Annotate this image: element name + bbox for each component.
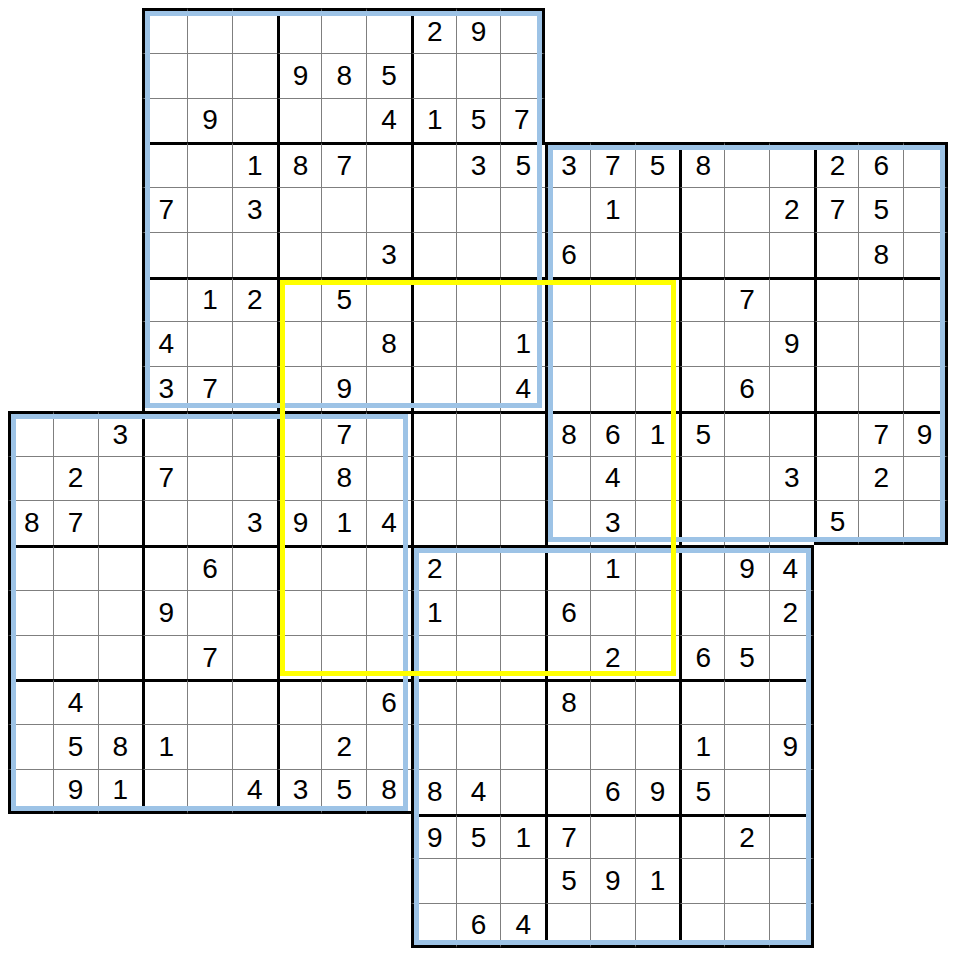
cell-r4c10-empty[interactable] <box>456 187 501 232</box>
cell-r8c17-empty[interactable] <box>769 366 814 411</box>
cell-r13c2-empty[interactable] <box>98 590 143 635</box>
cell-r7c10-empty[interactable] <box>456 321 501 366</box>
cell-r14c5-empty[interactable] <box>232 635 277 680</box>
cell-r12c1-empty[interactable] <box>53 545 98 590</box>
cell-r19c11-empty[interactable] <box>500 858 545 903</box>
cell-r14c3-empty[interactable] <box>142 635 187 680</box>
cell-r7c3-given-4[interactable]: 4 <box>142 321 187 366</box>
cell-r6c9-empty[interactable] <box>411 277 456 322</box>
cell-r16c4-empty[interactable] <box>187 724 232 769</box>
cell-r10c2-empty[interactable] <box>98 456 143 501</box>
cell-r3c19-given-6[interactable]: 6 <box>858 142 903 187</box>
cell-r10c12-empty[interactable] <box>545 456 590 501</box>
cell-r1c8-given-5[interactable]: 5 <box>366 53 411 98</box>
cell-r8c7-given-9[interactable]: 9 <box>321 366 366 411</box>
cell-r18c9-given-9[interactable]: 9 <box>411 814 456 859</box>
cell-r4c17-given-2[interactable]: 2 <box>769 187 814 232</box>
cell-r5c17-empty[interactable] <box>769 232 814 277</box>
cell-r18c13-empty[interactable] <box>590 814 635 859</box>
cell-r3c10-given-3[interactable]: 3 <box>456 142 501 187</box>
cell-r20c15-empty[interactable] <box>679 903 724 948</box>
cell-r7c19-empty[interactable] <box>858 321 903 366</box>
cell-r7c9-empty[interactable] <box>411 321 456 366</box>
cell-r11c12-empty[interactable] <box>545 500 590 545</box>
cell-r17c16-empty[interactable] <box>724 769 769 814</box>
cell-r4c19-given-5[interactable]: 5 <box>858 187 903 232</box>
cell-r10c16-empty[interactable] <box>724 456 769 501</box>
cell-r16c15-given-1[interactable]: 1 <box>679 724 724 769</box>
cell-r10c14-empty[interactable] <box>635 456 680 501</box>
cell-r0c10-given-9[interactable]: 9 <box>456 8 501 53</box>
cell-r17c7-given-5[interactable]: 5 <box>321 769 366 814</box>
cell-r12c8-empty[interactable] <box>366 545 411 590</box>
cell-r16c8-empty[interactable] <box>366 724 411 769</box>
cell-r5c7-empty[interactable] <box>321 232 366 277</box>
cell-r6c10-empty[interactable] <box>456 277 501 322</box>
cell-r13c10-empty[interactable] <box>456 590 501 635</box>
cell-r6c8-empty[interactable] <box>366 277 411 322</box>
cell-r5c18-empty[interactable] <box>814 232 859 277</box>
cell-r11c7-given-1[interactable]: 1 <box>321 500 366 545</box>
cell-r17c0-empty[interactable] <box>8 769 53 814</box>
cell-r5c12-given-6[interactable]: 6 <box>545 232 590 277</box>
cell-r12c2-empty[interactable] <box>98 545 143 590</box>
cell-r12c15-empty[interactable] <box>679 545 724 590</box>
cell-r14c10-empty[interactable] <box>456 635 501 680</box>
cell-r4c15-empty[interactable] <box>679 187 724 232</box>
cell-r3c13-given-7[interactable]: 7 <box>590 142 635 187</box>
cell-r20c9-empty[interactable] <box>411 903 456 948</box>
cell-r6c12-empty[interactable] <box>545 277 590 322</box>
cell-r5c19-given-8[interactable]: 8 <box>858 232 903 277</box>
cell-r3c8-empty[interactable] <box>366 142 411 187</box>
cell-r8c14-empty[interactable] <box>635 366 680 411</box>
cell-r17c12-empty[interactable] <box>545 769 590 814</box>
cell-r14c2-empty[interactable] <box>98 635 143 680</box>
cell-r16c5-empty[interactable] <box>232 724 277 769</box>
cell-r17c17-empty[interactable] <box>769 769 814 814</box>
cell-r10c9-empty[interactable] <box>411 456 456 501</box>
cell-r17c4-empty[interactable] <box>187 769 232 814</box>
cell-r16c14-empty[interactable] <box>635 724 680 769</box>
cell-r3c11-given-5[interactable]: 5 <box>500 142 545 187</box>
cell-r9c8-empty[interactable] <box>366 411 411 456</box>
cell-r8c16-given-6[interactable]: 6 <box>724 366 769 411</box>
cell-r13c14-empty[interactable] <box>635 590 680 635</box>
cell-r20c10-given-6[interactable]: 6 <box>456 903 501 948</box>
cell-r12c14-empty[interactable] <box>635 545 680 590</box>
cell-r6c7-given-5[interactable]: 5 <box>321 277 366 322</box>
cell-r2c11-given-7[interactable]: 7 <box>500 98 545 143</box>
cell-r8c20-empty[interactable] <box>903 366 948 411</box>
cell-r9c14-given-1[interactable]: 1 <box>635 411 680 456</box>
cell-r6c5-given-2[interactable]: 2 <box>232 277 277 322</box>
cell-r1c11-empty[interactable] <box>500 53 545 98</box>
cell-r12c5-empty[interactable] <box>232 545 277 590</box>
cell-r16c0-empty[interactable] <box>8 724 53 769</box>
cell-r6c3-empty[interactable] <box>142 277 187 322</box>
cell-r14c8-empty[interactable] <box>366 635 411 680</box>
cell-r7c20-empty[interactable] <box>903 321 948 366</box>
cell-r5c5-empty[interactable] <box>232 232 277 277</box>
cell-r11c18-given-5[interactable]: 5 <box>814 500 859 545</box>
cell-r14c9-empty[interactable] <box>411 635 456 680</box>
cell-r14c16-given-5[interactable]: 5 <box>724 635 769 680</box>
cell-r13c12-given-6[interactable]: 6 <box>545 590 590 635</box>
cell-r18c12-given-7[interactable]: 7 <box>545 814 590 859</box>
cell-r11c1-given-7[interactable]: 7 <box>53 500 98 545</box>
cell-r19c12-given-5[interactable]: 5 <box>545 858 590 903</box>
cell-r12c4-given-6[interactable]: 6 <box>187 545 232 590</box>
cell-r2c8-given-4[interactable]: 4 <box>366 98 411 143</box>
cell-r7c11-given-1[interactable]: 1 <box>500 321 545 366</box>
cell-r16c3-given-1[interactable]: 1 <box>142 724 187 769</box>
cell-r14c14-empty[interactable] <box>635 635 680 680</box>
cell-r10c3-given-7[interactable]: 7 <box>142 456 187 501</box>
cell-r17c13-given-6[interactable]: 6 <box>590 769 635 814</box>
cell-r9c10-empty[interactable] <box>456 411 501 456</box>
cell-r16c11-empty[interactable] <box>500 724 545 769</box>
cell-r17c2-given-1[interactable]: 1 <box>98 769 143 814</box>
cell-r11c19-empty[interactable] <box>858 500 903 545</box>
cell-r7c7-empty[interactable] <box>321 321 366 366</box>
cell-r15c1-given-4[interactable]: 4 <box>53 679 98 724</box>
cell-r10c11-empty[interactable] <box>500 456 545 501</box>
cell-r12c6-empty[interactable] <box>277 545 322 590</box>
cell-r17c5-given-4[interactable]: 4 <box>232 769 277 814</box>
cell-r7c18-empty[interactable] <box>814 321 859 366</box>
cell-r3c15-given-8[interactable]: 8 <box>679 142 724 187</box>
cell-r14c4-given-7[interactable]: 7 <box>187 635 232 680</box>
cell-r12c11-empty[interactable] <box>500 545 545 590</box>
cell-r15c0-empty[interactable] <box>8 679 53 724</box>
cell-r15c9-empty[interactable] <box>411 679 456 724</box>
cell-r5c8-given-3[interactable]: 3 <box>366 232 411 277</box>
cell-r8c4-given-7[interactable]: 7 <box>187 366 232 411</box>
cell-r13c15-empty[interactable] <box>679 590 724 635</box>
cell-r9c1-empty[interactable] <box>53 411 98 456</box>
cell-r1c7-given-8[interactable]: 8 <box>321 53 366 98</box>
cell-r13c6-empty[interactable] <box>277 590 322 635</box>
cell-r3c4-empty[interactable] <box>187 142 232 187</box>
cell-r12c17-given-4[interactable]: 4 <box>769 545 814 590</box>
cell-r4c4-empty[interactable] <box>187 187 232 232</box>
cell-r14c7-empty[interactable] <box>321 635 366 680</box>
cell-r13c3-given-9[interactable]: 9 <box>142 590 187 635</box>
cell-r16c2-given-8[interactable]: 8 <box>98 724 143 769</box>
cell-r20c16-empty[interactable] <box>724 903 769 948</box>
cell-r6c17-empty[interactable] <box>769 277 814 322</box>
cell-r17c6-given-3[interactable]: 3 <box>277 769 322 814</box>
cell-r0c4-empty[interactable] <box>187 8 232 53</box>
cell-r13c9-given-1[interactable]: 1 <box>411 590 456 635</box>
cell-r5c15-empty[interactable] <box>679 232 724 277</box>
cell-r10c15-empty[interactable] <box>679 456 724 501</box>
cell-r4c13-given-1[interactable]: 1 <box>590 187 635 232</box>
cell-r11c9-empty[interactable] <box>411 500 456 545</box>
cell-r9c2-given-3[interactable]: 3 <box>98 411 143 456</box>
cell-r8c3-given-3[interactable]: 3 <box>142 366 187 411</box>
cell-r2c3-empty[interactable] <box>142 98 187 143</box>
cell-r7c4-empty[interactable] <box>187 321 232 366</box>
cell-r16c7-given-2[interactable]: 2 <box>321 724 366 769</box>
cell-r8c6-empty[interactable] <box>277 366 322 411</box>
cell-r4c6-empty[interactable] <box>277 187 322 232</box>
cell-r16c9-empty[interactable] <box>411 724 456 769</box>
cell-r9c18-empty[interactable] <box>814 411 859 456</box>
cell-r13c8-empty[interactable] <box>366 590 411 635</box>
cell-r15c6-empty[interactable] <box>277 679 322 724</box>
cell-r11c3-empty[interactable] <box>142 500 187 545</box>
cell-r11c0-given-8[interactable]: 8 <box>8 500 53 545</box>
cell-r12c13-given-1[interactable]: 1 <box>590 545 635 590</box>
cell-r7c8-given-8[interactable]: 8 <box>366 321 411 366</box>
cell-r0c3-empty[interactable] <box>142 8 187 53</box>
cell-r8c13-empty[interactable] <box>590 366 635 411</box>
cell-r15c5-empty[interactable] <box>232 679 277 724</box>
cell-r4c7-empty[interactable] <box>321 187 366 232</box>
cell-r14c15-given-6[interactable]: 6 <box>679 635 724 680</box>
cell-r3c3-empty[interactable] <box>142 142 187 187</box>
cell-r13c1-empty[interactable] <box>53 590 98 635</box>
cell-r10c18-empty[interactable] <box>814 456 859 501</box>
cell-r9c5-empty[interactable] <box>232 411 277 456</box>
cell-r5c11-empty[interactable] <box>500 232 545 277</box>
cell-r9c13-given-6[interactable]: 6 <box>590 411 635 456</box>
cell-r10c19-given-2[interactable]: 2 <box>858 456 903 501</box>
cell-r17c15-given-5[interactable]: 5 <box>679 769 724 814</box>
cell-r4c5-given-3[interactable]: 3 <box>232 187 277 232</box>
cell-r20c14-empty[interactable] <box>635 903 680 948</box>
cell-r7c13-empty[interactable] <box>590 321 635 366</box>
cell-r0c7-empty[interactable] <box>321 8 366 53</box>
cell-r19c15-empty[interactable] <box>679 858 724 903</box>
cell-r10c4-empty[interactable] <box>187 456 232 501</box>
cell-r14c17-empty[interactable] <box>769 635 814 680</box>
cell-r18c16-given-2[interactable]: 2 <box>724 814 769 859</box>
cell-r6c16-given-7[interactable]: 7 <box>724 277 769 322</box>
cell-r11c15-empty[interactable] <box>679 500 724 545</box>
cell-r11c6-given-9[interactable]: 9 <box>277 500 322 545</box>
cell-r19c9-empty[interactable] <box>411 858 456 903</box>
cell-r11c2-empty[interactable] <box>98 500 143 545</box>
cell-r15c13-empty[interactable] <box>590 679 635 724</box>
cell-r20c12-empty[interactable] <box>545 903 590 948</box>
cell-r3c9-empty[interactable] <box>411 142 456 187</box>
cell-r19c17-empty[interactable] <box>769 858 814 903</box>
cell-r8c18-empty[interactable] <box>814 366 859 411</box>
cell-r20c17-empty[interactable] <box>769 903 814 948</box>
cell-r19c16-empty[interactable] <box>724 858 769 903</box>
cell-r5c6-empty[interactable] <box>277 232 322 277</box>
cell-r6c19-empty[interactable] <box>858 277 903 322</box>
cell-r16c17-given-9[interactable]: 9 <box>769 724 814 769</box>
cell-r10c10-empty[interactable] <box>456 456 501 501</box>
cell-r3c16-empty[interactable] <box>724 142 769 187</box>
cell-r17c1-given-9[interactable]: 9 <box>53 769 98 814</box>
cell-r11c5-given-3[interactable]: 3 <box>232 500 277 545</box>
cell-r10c20-empty[interactable] <box>903 456 948 501</box>
cell-r10c8-empty[interactable] <box>366 456 411 501</box>
cell-r17c9-given-8[interactable]: 8 <box>411 769 456 814</box>
cell-r7c17-given-9[interactable]: 9 <box>769 321 814 366</box>
cell-r2c7-empty[interactable] <box>321 98 366 143</box>
cell-r12c10-empty[interactable] <box>456 545 501 590</box>
cell-r2c4-given-9[interactable]: 9 <box>187 98 232 143</box>
cell-r15c12-given-8[interactable]: 8 <box>545 679 590 724</box>
cell-r15c4-empty[interactable] <box>187 679 232 724</box>
cell-r13c17-given-2[interactable]: 2 <box>769 590 814 635</box>
cell-r11c13-given-3[interactable]: 3 <box>590 500 635 545</box>
cell-r10c13-given-4[interactable]: 4 <box>590 456 635 501</box>
cell-r1c4-empty[interactable] <box>187 53 232 98</box>
cell-r8c5-empty[interactable] <box>232 366 277 411</box>
cell-r12c16-given-9[interactable]: 9 <box>724 545 769 590</box>
cell-r9c20-given-9[interactable]: 9 <box>903 411 948 456</box>
cell-r5c10-empty[interactable] <box>456 232 501 277</box>
cell-r19c13-given-9[interactable]: 9 <box>590 858 635 903</box>
cell-r9c11-empty[interactable] <box>500 411 545 456</box>
cell-r12c0-empty[interactable] <box>8 545 53 590</box>
cell-r8c12-empty[interactable] <box>545 366 590 411</box>
cell-r10c5-empty[interactable] <box>232 456 277 501</box>
cell-r5c3-empty[interactable] <box>142 232 187 277</box>
cell-r4c14-empty[interactable] <box>635 187 680 232</box>
cell-r9c3-empty[interactable] <box>142 411 187 456</box>
cell-r15c11-empty[interactable] <box>500 679 545 724</box>
cell-r11c20-empty[interactable] <box>903 500 948 545</box>
cell-r0c8-empty[interactable] <box>366 8 411 53</box>
cell-r15c16-empty[interactable] <box>724 679 769 724</box>
cell-r9c9-empty[interactable] <box>411 411 456 456</box>
cell-r3c7-given-7[interactable]: 7 <box>321 142 366 187</box>
cell-r10c7-given-8[interactable]: 8 <box>321 456 366 501</box>
cell-r6c13-empty[interactable] <box>590 277 635 322</box>
cell-r16c12-empty[interactable] <box>545 724 590 769</box>
cell-r6c14-empty[interactable] <box>635 277 680 322</box>
cell-r16c6-empty[interactable] <box>277 724 322 769</box>
cell-r9c19-given-7[interactable]: 7 <box>858 411 903 456</box>
cell-r18c14-empty[interactable] <box>635 814 680 859</box>
cell-r16c13-empty[interactable] <box>590 724 635 769</box>
cell-r17c10-given-4[interactable]: 4 <box>456 769 501 814</box>
cell-r3c14-given-5[interactable]: 5 <box>635 142 680 187</box>
cell-r17c11-empty[interactable] <box>500 769 545 814</box>
cell-r9c6-empty[interactable] <box>277 411 322 456</box>
cell-r14c0-empty[interactable] <box>8 635 53 680</box>
cell-r11c16-empty[interactable] <box>724 500 769 545</box>
cell-r12c9-given-2[interactable]: 2 <box>411 545 456 590</box>
cell-r15c14-empty[interactable] <box>635 679 680 724</box>
cell-r15c17-empty[interactable] <box>769 679 814 724</box>
cell-r7c12-empty[interactable] <box>545 321 590 366</box>
cell-r2c6-empty[interactable] <box>277 98 322 143</box>
cell-r20c11-given-4[interactable]: 4 <box>500 903 545 948</box>
cell-r3c20-empty[interactable] <box>903 142 948 187</box>
cell-r6c18-empty[interactable] <box>814 277 859 322</box>
cell-r15c2-empty[interactable] <box>98 679 143 724</box>
cell-r15c15-empty[interactable] <box>679 679 724 724</box>
cell-r0c9-given-2[interactable]: 2 <box>411 8 456 53</box>
cell-r12c7-empty[interactable] <box>321 545 366 590</box>
cell-r6c11-empty[interactable] <box>500 277 545 322</box>
cell-r5c16-empty[interactable] <box>724 232 769 277</box>
cell-r11c10-empty[interactable] <box>456 500 501 545</box>
cell-r19c10-empty[interactable] <box>456 858 501 903</box>
cell-r1c6-given-9[interactable]: 9 <box>277 53 322 98</box>
cell-r11c11-empty[interactable] <box>500 500 545 545</box>
cell-r14c11-empty[interactable] <box>500 635 545 680</box>
cell-r17c14-given-9[interactable]: 9 <box>635 769 680 814</box>
cell-r12c12-empty[interactable] <box>545 545 590 590</box>
cell-r5c20-empty[interactable] <box>903 232 948 277</box>
cell-r4c16-empty[interactable] <box>724 187 769 232</box>
cell-r20c13-empty[interactable] <box>590 903 635 948</box>
cell-r6c4-given-1[interactable]: 1 <box>187 277 232 322</box>
cell-r8c8-empty[interactable] <box>366 366 411 411</box>
cell-r7c14-empty[interactable] <box>635 321 680 366</box>
cell-r13c7-empty[interactable] <box>321 590 366 635</box>
cell-r8c10-empty[interactable] <box>456 366 501 411</box>
cell-r6c20-empty[interactable] <box>903 277 948 322</box>
cell-r8c11-given-4[interactable]: 4 <box>500 366 545 411</box>
cell-r8c9-empty[interactable] <box>411 366 456 411</box>
cell-r9c15-given-5[interactable]: 5 <box>679 411 724 456</box>
cell-r4c18-given-7[interactable]: 7 <box>814 187 859 232</box>
cell-r15c10-empty[interactable] <box>456 679 501 724</box>
cell-r8c19-empty[interactable] <box>858 366 903 411</box>
cell-r3c6-given-8[interactable]: 8 <box>277 142 322 187</box>
cell-r5c14-empty[interactable] <box>635 232 680 277</box>
cell-r17c3-empty[interactable] <box>142 769 187 814</box>
cell-r13c4-empty[interactable] <box>187 590 232 635</box>
cell-r3c17-empty[interactable] <box>769 142 814 187</box>
cell-r16c10-empty[interactable] <box>456 724 501 769</box>
cell-r7c5-empty[interactable] <box>232 321 277 366</box>
cell-r18c15-empty[interactable] <box>679 814 724 859</box>
cell-r6c15-empty[interactable] <box>679 277 724 322</box>
cell-r0c11-empty[interactable] <box>500 8 545 53</box>
cell-r10c0-empty[interactable] <box>8 456 53 501</box>
cell-r9c4-empty[interactable] <box>187 411 232 456</box>
cell-r9c16-empty[interactable] <box>724 411 769 456</box>
cell-r14c1-empty[interactable] <box>53 635 98 680</box>
cell-r4c8-empty[interactable] <box>366 187 411 232</box>
cell-r1c10-empty[interactable] <box>456 53 501 98</box>
cell-r5c9-empty[interactable] <box>411 232 456 277</box>
cell-r18c11-given-1[interactable]: 1 <box>500 814 545 859</box>
cell-r13c0-empty[interactable] <box>8 590 53 635</box>
cell-r18c17-empty[interactable] <box>769 814 814 859</box>
cell-r7c16-empty[interactable] <box>724 321 769 366</box>
cell-r13c13-empty[interactable] <box>590 590 635 635</box>
cell-r10c6-empty[interactable] <box>277 456 322 501</box>
cell-r3c18-given-2[interactable]: 2 <box>814 142 859 187</box>
cell-r9c17-empty[interactable] <box>769 411 814 456</box>
cell-r7c15-empty[interactable] <box>679 321 724 366</box>
cell-r6c6-empty[interactable] <box>277 277 322 322</box>
cell-r7c6-empty[interactable] <box>277 321 322 366</box>
cell-r19c14-given-1[interactable]: 1 <box>635 858 680 903</box>
cell-r9c0-empty[interactable] <box>8 411 53 456</box>
cell-r2c9-given-1[interactable]: 1 <box>411 98 456 143</box>
cell-r0c6-empty[interactable] <box>277 8 322 53</box>
cell-r9c12-given-8[interactable]: 8 <box>545 411 590 456</box>
cell-r13c11-empty[interactable] <box>500 590 545 635</box>
cell-r1c5-empty[interactable] <box>232 53 277 98</box>
cell-r11c4-empty[interactable] <box>187 500 232 545</box>
cell-r0c5-empty[interactable] <box>232 8 277 53</box>
